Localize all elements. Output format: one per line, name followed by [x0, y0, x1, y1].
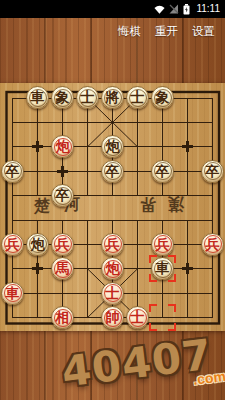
- piece-label: 車: [31, 86, 45, 109]
- piece-label: 車: [156, 257, 170, 280]
- board-point[interactable]: 炮: [100, 257, 125, 281]
- piece-label: 炮: [56, 135, 70, 158]
- red-cannon-piece[interactable]: 炮: [51, 135, 74, 158]
- red-elephant-piece[interactable]: 相: [51, 306, 74, 329]
- board-point[interactable]: [175, 257, 200, 281]
- red-pawn-piece[interactable]: 兵: [151, 233, 174, 256]
- board-point[interactable]: 兵: [50, 232, 75, 256]
- piece-label: 將: [106, 86, 120, 109]
- board-point[interactable]: 炮: [100, 135, 125, 159]
- piece-label: 馬: [56, 257, 70, 280]
- board-point[interactable]: 兵: [200, 232, 225, 256]
- red-cannon-piece[interactable]: 炮: [101, 257, 124, 280]
- point-marker-cross: [182, 141, 193, 152]
- board-point[interactable]: [50, 110, 75, 134]
- board-point[interactable]: 兵: [100, 232, 125, 256]
- board-point[interactable]: [25, 183, 50, 207]
- board-point[interactable]: [25, 110, 50, 134]
- board-point[interactable]: [175, 281, 200, 305]
- piece-label: 卒: [156, 160, 170, 183]
- board-point[interactable]: [200, 281, 225, 305]
- board-point[interactable]: 卒: [100, 159, 125, 183]
- board-point[interactable]: 卒: [200, 159, 225, 183]
- board-point[interactable]: [175, 208, 200, 232]
- piece-label: 兵: [6, 233, 20, 256]
- black-rook-piece[interactable]: 車: [151, 257, 174, 280]
- board-point[interactable]: [125, 135, 150, 159]
- piece-label: 士: [131, 306, 145, 329]
- board-point[interactable]: [175, 183, 200, 207]
- board-point[interactable]: [200, 135, 225, 159]
- board-point[interactable]: [0, 208, 25, 232]
- board-point[interactable]: 馬: [50, 257, 75, 281]
- board-point[interactable]: [150, 135, 175, 159]
- piece-label: 兵: [156, 233, 170, 256]
- black-pawn-piece[interactable]: 卒: [1, 160, 24, 183]
- board-point[interactable]: 卒: [0, 159, 25, 183]
- black-elephant-piece[interactable]: 象: [151, 86, 174, 109]
- piece-label: 象: [56, 86, 70, 109]
- board-point[interactable]: 兵: [150, 232, 175, 256]
- board-point[interactable]: [200, 110, 225, 134]
- red-pawn-piece[interactable]: 兵: [201, 233, 224, 256]
- piece-label: 士: [131, 86, 145, 109]
- red-pawn-piece[interactable]: 兵: [51, 233, 74, 256]
- board-point[interactable]: [150, 305, 175, 329]
- board-point[interactable]: [75, 208, 100, 232]
- black-pawn-piece[interactable]: 卒: [201, 160, 224, 183]
- watermark-com-suffix: .com: [192, 368, 225, 388]
- piece-label: 兵: [106, 233, 120, 256]
- black-rook-piece[interactable]: 車: [26, 86, 49, 109]
- board-point[interactable]: [0, 305, 25, 329]
- board-point[interactable]: [175, 232, 200, 256]
- menu-restart-button[interactable]: 重开: [155, 24, 178, 39]
- board-point[interactable]: [125, 281, 150, 305]
- board-point[interactable]: [75, 110, 100, 134]
- board-point[interactable]: [125, 110, 150, 134]
- piece-label: 卒: [206, 160, 220, 183]
- board-point[interactable]: [0, 110, 25, 134]
- watermark-number: 40407: [59, 330, 215, 397]
- piece-label: 兵: [206, 233, 220, 256]
- piece-label: 炮: [31, 233, 45, 256]
- board-point[interactable]: [125, 159, 150, 183]
- piece-label: 卒: [56, 184, 70, 207]
- board-point[interactable]: [25, 305, 50, 329]
- board-point[interactable]: [150, 110, 175, 134]
- board-point[interactable]: [75, 257, 100, 281]
- board-point[interactable]: [200, 183, 225, 207]
- piece-label: 車: [6, 282, 20, 305]
- black-cannon-piece[interactable]: 炮: [101, 135, 124, 158]
- no-sim-icon: [169, 4, 179, 14]
- board-point[interactable]: [75, 159, 100, 183]
- red-king-piece[interactable]: 帥: [101, 306, 124, 329]
- piece-label: 炮: [106, 257, 120, 280]
- piece-label: 卒: [106, 160, 120, 183]
- piece-label: 卒: [6, 160, 20, 183]
- status-time: 11:11: [196, 0, 220, 18]
- black-elephant-piece[interactable]: 象: [51, 86, 74, 109]
- board-point[interactable]: [25, 135, 50, 159]
- piece-label: 炮: [106, 135, 120, 158]
- black-cannon-piece[interactable]: 炮: [26, 233, 49, 256]
- board-point[interactable]: [25, 281, 50, 305]
- piece-label: 兵: [56, 233, 70, 256]
- board-point[interactable]: [25, 208, 50, 232]
- watermark-40407-logo: 40407 .com: [59, 328, 225, 400]
- black-king-piece[interactable]: 將: [101, 86, 124, 109]
- board-point[interactable]: [25, 159, 50, 183]
- board-point[interactable]: 炮: [50, 135, 75, 159]
- piece-label: 士: [106, 282, 120, 305]
- board-point[interactable]: 士: [125, 305, 150, 329]
- board-point[interactable]: 士: [75, 86, 100, 110]
- board-point[interactable]: [75, 305, 100, 329]
- board-point[interactable]: 象: [150, 86, 175, 110]
- board-point[interactable]: [125, 208, 150, 232]
- board-point[interactable]: [200, 305, 225, 329]
- red-horse-piece[interactable]: 馬: [51, 257, 74, 280]
- board-point[interactable]: [100, 110, 125, 134]
- board-point[interactable]: [50, 208, 75, 232]
- menu-settings-button[interactable]: 设置: [192, 24, 215, 39]
- selection-bracket: [151, 306, 174, 329]
- board-point[interactable]: [0, 135, 25, 159]
- menu-bar: 悔棋 重开 设置: [0, 18, 225, 44]
- board-point[interactable]: [50, 159, 75, 183]
- board-grid: 車象士將士象炮炮卒卒卒卒卒兵炮兵兵兵兵馬炮車車士相帥士: [0, 86, 225, 330]
- board-point[interactable]: [200, 257, 225, 281]
- red-rook-piece[interactable]: 車: [1, 282, 24, 305]
- piece-label: 象: [156, 86, 170, 109]
- board-point[interactable]: [175, 86, 200, 110]
- menu-undo-button[interactable]: 悔棋: [118, 24, 141, 39]
- board-point[interactable]: 炮: [25, 232, 50, 256]
- point-marker-cross: [32, 141, 43, 152]
- board-point[interactable]: 象: [50, 86, 75, 110]
- board-point[interactable]: [125, 183, 150, 207]
- board-point[interactable]: [75, 281, 100, 305]
- black-advisor-piece[interactable]: 士: [76, 86, 99, 109]
- black-pawn-piece[interactable]: 卒: [151, 160, 174, 183]
- board-point[interactable]: [100, 208, 125, 232]
- board-point[interactable]: [150, 183, 175, 207]
- black-pawn-piece[interactable]: 卒: [51, 184, 74, 207]
- board-point[interactable]: [50, 281, 75, 305]
- board-point[interactable]: [175, 135, 200, 159]
- board-point[interactable]: [175, 159, 200, 183]
- piece-label: 士: [81, 86, 95, 109]
- piece-label: 相: [56, 306, 70, 329]
- board-point[interactable]: [0, 86, 25, 110]
- board-point[interactable]: 士: [125, 86, 150, 110]
- board-point[interactable]: [150, 281, 175, 305]
- board-point[interactable]: [75, 183, 100, 207]
- piece-label: 帥: [106, 306, 120, 329]
- board-point[interactable]: [75, 232, 100, 256]
- board-point[interactable]: 帥: [100, 305, 125, 329]
- black-pawn-piece[interactable]: 卒: [101, 160, 124, 183]
- point-marker-cross: [182, 263, 193, 274]
- red-advisor-piece[interactable]: 士: [101, 282, 124, 305]
- board-point[interactable]: [200, 86, 225, 110]
- board-point[interactable]: [175, 110, 200, 134]
- board-point[interactable]: 將: [100, 86, 125, 110]
- board-point[interactable]: [100, 183, 125, 207]
- wifi-icon: [154, 5, 165, 14]
- board-point[interactable]: [125, 257, 150, 281]
- battery-icon: [183, 4, 190, 15]
- status-bar: 11:11: [0, 0, 225, 18]
- board-point[interactable]: [150, 208, 175, 232]
- board-point[interactable]: [125, 232, 150, 256]
- app-screen: 11:11 悔棋 重开 设置: [0, 0, 225, 400]
- black-advisor-piece[interactable]: 士: [126, 86, 149, 109]
- board-point[interactable]: 兵: [0, 232, 25, 256]
- red-pawn-piece[interactable]: 兵: [101, 233, 124, 256]
- board-point[interactable]: [200, 208, 225, 232]
- board-point[interactable]: [75, 135, 100, 159]
- board-point[interactable]: 車: [25, 86, 50, 110]
- point-marker-cross: [32, 263, 43, 274]
- board-point[interactable]: 卒: [50, 183, 75, 207]
- point-marker-cross: [57, 166, 68, 177]
- board-point[interactable]: [175, 305, 200, 329]
- board-point[interactable]: 士: [100, 281, 125, 305]
- board-point[interactable]: [0, 183, 25, 207]
- board-point[interactable]: [0, 257, 25, 281]
- red-pawn-piece[interactable]: 兵: [1, 233, 24, 256]
- xiangqi-board: 楚河 漢界 車象士將士象炮炮卒卒卒卒卒兵炮兵兵兵兵馬炮車車士相帥士: [0, 83, 225, 331]
- board-point[interactable]: 車: [0, 281, 25, 305]
- board-point[interactable]: 車: [150, 257, 175, 281]
- board-point[interactable]: [25, 257, 50, 281]
- board-point[interactable]: 相: [50, 305, 75, 329]
- board-point[interactable]: 卒: [150, 159, 175, 183]
- red-advisor-piece[interactable]: 士: [126, 306, 149, 329]
